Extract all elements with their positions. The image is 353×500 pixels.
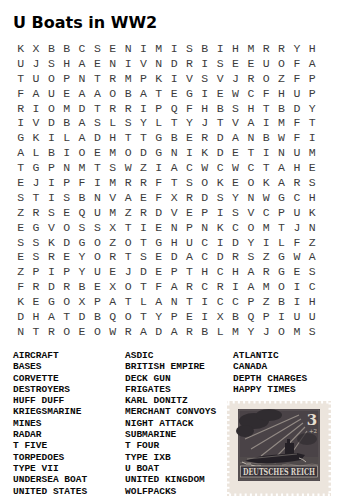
stamp-surcharge: +2: [309, 428, 317, 434]
grid-cell: P: [151, 101, 166, 116]
grid-cell: M: [59, 101, 74, 116]
word-list-item: WOLFPACKS: [125, 486, 216, 497]
grid-cell: A: [166, 279, 181, 294]
grid-cell: X: [74, 294, 89, 309]
grid-cell: A: [305, 56, 320, 71]
grid-cell: G: [44, 294, 59, 309]
grid-cell: Y: [136, 115, 151, 130]
grid-cell: I: [13, 115, 28, 130]
grid-cell: A: [243, 115, 258, 130]
grid-cell: G: [182, 86, 197, 101]
grid-cell: J: [259, 324, 274, 339]
grid-cell: F: [289, 71, 304, 86]
grid-cell: W: [105, 324, 120, 339]
grid-cell: A: [90, 86, 105, 101]
grid-cell: X: [166, 190, 181, 205]
grid-cell: O: [74, 145, 89, 160]
grid-cell: I: [259, 235, 274, 250]
grid-cell: M: [305, 145, 320, 160]
grid-cell: E: [13, 249, 28, 264]
grid-cell: T: [136, 279, 151, 294]
grid-cell: Z: [13, 264, 28, 279]
grid-cell: D: [228, 235, 243, 250]
grid-cell: G: [274, 190, 289, 205]
grid-cell: M: [105, 145, 120, 160]
stamp-denomination: 3: [307, 411, 317, 429]
grid-cell: S: [105, 160, 120, 175]
grid-cell: T: [212, 115, 227, 130]
word-list-item: CANADA: [233, 361, 307, 372]
grid-cell: G: [151, 235, 166, 250]
grid-cell: O: [274, 279, 289, 294]
grid-cell: A: [151, 294, 166, 309]
word-list-item: CORVETTE: [13, 373, 87, 384]
grid-cell: T: [151, 86, 166, 101]
grid-cell: B: [274, 294, 289, 309]
grid-cell: G: [151, 130, 166, 145]
grid-cell: O: [197, 175, 212, 190]
grid-cell: F: [13, 86, 28, 101]
grid-cell: S: [182, 175, 197, 190]
grid-cell: V: [28, 115, 43, 130]
word-list-item: T FIVE: [13, 440, 87, 451]
grid-cell: E: [228, 145, 243, 160]
grid-cell: D: [151, 324, 166, 339]
grid-cell: C: [197, 235, 212, 250]
grid-cell: A: [136, 86, 151, 101]
grid-cell: U: [305, 309, 320, 324]
word-list-item: DESTROYERS: [13, 384, 87, 395]
word-list-item: KARL DONITZ: [125, 395, 216, 406]
worksheet-page: U Boats in WW2 KXBBCSENIMISBIHMRRYHUJSHA…: [0, 0, 353, 500]
grid-cell: I: [59, 145, 74, 160]
grid-cell: I: [166, 71, 181, 86]
grid-cell: B: [197, 324, 212, 339]
grid-cell: C: [212, 294, 227, 309]
grid-cell: N: [166, 294, 181, 309]
word-list-item: BASES: [13, 361, 87, 372]
grid-cell: T: [59, 309, 74, 324]
grid-cell: B: [228, 309, 243, 324]
grid-cell: N: [274, 145, 289, 160]
grid-cell: P: [28, 264, 43, 279]
grid-cell: N: [90, 190, 105, 205]
grid-cell: I: [228, 279, 243, 294]
grid-cell: K: [259, 175, 274, 190]
grid-cell: M: [120, 71, 135, 86]
grid-cell: Z: [120, 205, 135, 220]
grid-cell: I: [120, 56, 135, 71]
grid-cell: O: [243, 220, 258, 235]
grid-cell: U: [28, 71, 43, 86]
grid-cell: H: [28, 309, 43, 324]
grid-cell: F: [151, 190, 166, 205]
grid-cell: D: [212, 249, 227, 264]
grid-cell: K: [197, 145, 212, 160]
grid-cell: T: [243, 145, 258, 160]
grid-cell: H: [289, 160, 304, 175]
word-list-item: TORPEDOES: [13, 452, 87, 463]
grid-cell: U: [259, 56, 274, 71]
grid-cell: I: [197, 86, 212, 101]
grid-cell: R: [28, 279, 43, 294]
grid-cell: H: [305, 294, 320, 309]
grid-cell: E: [13, 175, 28, 190]
grid-cell: S: [74, 220, 89, 235]
grid-cell: K: [13, 41, 28, 56]
grid-cell: B: [59, 41, 74, 56]
grid-cell: Y: [151, 309, 166, 324]
grid-cell: O: [259, 71, 274, 86]
grid-cell: K: [212, 175, 227, 190]
grid-cell: E: [13, 220, 28, 235]
grid-cell: M: [259, 279, 274, 294]
grid-cell: U: [44, 86, 59, 101]
grid-cell: P: [59, 71, 74, 86]
grid-cell: A: [182, 249, 197, 264]
grid-cell: P: [166, 264, 181, 279]
grid-cell: Y: [243, 235, 258, 250]
grid-cell: H: [228, 264, 243, 279]
grid-cell: K: [28, 130, 43, 145]
grid-cell: P: [259, 309, 274, 324]
grid-cell: G: [28, 220, 43, 235]
grid-cell: M: [105, 175, 120, 190]
grid-cell: R: [228, 249, 243, 264]
grid-cell: O: [90, 249, 105, 264]
grid-cell: N: [243, 130, 258, 145]
grid-cell: D: [166, 249, 181, 264]
grid-cell: F: [151, 175, 166, 190]
grid-cell: E: [228, 56, 243, 71]
word-list-item: ATLANTIC: [233, 350, 307, 361]
grid-cell: E: [28, 294, 43, 309]
grid-cell: Q: [74, 205, 89, 220]
grid-cell: R: [289, 175, 304, 190]
grid-cell: R: [182, 190, 197, 205]
grid-cell: Z: [105, 235, 120, 250]
grid-cell: M: [105, 205, 120, 220]
grid-cell: R: [120, 324, 135, 339]
grid-cell: N: [166, 145, 181, 160]
grid-cell: W: [274, 130, 289, 145]
word-list-item: TYPE IXB: [125, 452, 216, 463]
grid-cell: I: [212, 205, 227, 220]
grid-cell: U: [13, 56, 28, 71]
word-list-item: UNITED STATES: [13, 486, 87, 497]
grid-cell: A: [274, 175, 289, 190]
grid-cell: P: [90, 294, 105, 309]
grid-cell: Y: [228, 190, 243, 205]
grid-cell: T: [259, 101, 274, 116]
word-list-item: KRIEGSMARINE: [13, 406, 87, 417]
grid-cell: F: [182, 101, 197, 116]
grid-cell: S: [59, 190, 74, 205]
word-list-item: NIGHT ATTACK: [125, 418, 216, 429]
grid-cell: E: [90, 279, 105, 294]
grid-cell: I: [197, 56, 212, 71]
grid-cell: E: [105, 264, 120, 279]
grid-cell: S: [197, 71, 212, 86]
grid-cell: K: [13, 294, 28, 309]
stamp-country-label: DEUTSCHES REICH: [243, 467, 315, 477]
grid-cell: I: [166, 41, 181, 56]
grid-cell: Y: [74, 264, 89, 279]
grid-cell: B: [259, 130, 274, 145]
grid-cell: X: [105, 279, 120, 294]
grid-cell: P: [44, 160, 59, 175]
grid-cell: X: [105, 220, 120, 235]
grid-cell: S: [28, 249, 43, 264]
grid-cell: Z: [13, 205, 28, 220]
grid-cell: H: [197, 101, 212, 116]
grid-cell: O: [105, 86, 120, 101]
grid-cell: A: [136, 324, 151, 339]
grid-cell: H: [59, 56, 74, 71]
grid-cell: O: [120, 279, 135, 294]
grid-cell: X: [28, 41, 43, 56]
grid-cell: C: [243, 160, 258, 175]
stamp-illustration: 3 +2 DEUTSCHES REICH: [227, 401, 331, 496]
grid-cell: C: [289, 190, 304, 205]
grid-cell: E: [90, 145, 105, 160]
grid-cell: R: [105, 101, 120, 116]
grid-cell: M: [74, 160, 89, 175]
grid-cell: G: [74, 235, 89, 250]
grid-cell: P: [182, 220, 197, 235]
grid-cell: E: [289, 264, 304, 279]
grid-cell: A: [74, 56, 89, 71]
grid-cell: S: [90, 115, 105, 130]
grid-cell: B: [274, 101, 289, 116]
grid-cell: E: [151, 264, 166, 279]
grid-cell: E: [182, 130, 197, 145]
grid-cell: D: [197, 190, 212, 205]
grid-cell: D: [90, 130, 105, 145]
grid-cell: W: [228, 86, 243, 101]
grid-cell: A: [74, 130, 89, 145]
grid-cell: A: [44, 309, 59, 324]
grid-cell: A: [120, 190, 135, 205]
grid-cell: S: [90, 41, 105, 56]
grid-cell: E: [136, 190, 151, 205]
grid-cell: D: [166, 56, 181, 71]
grid-cell: M: [243, 41, 258, 56]
grid-cell: I: [44, 264, 59, 279]
grid-cell: C: [197, 249, 212, 264]
grid-cell: C: [74, 41, 89, 56]
grid-cell: S: [243, 249, 258, 264]
word-list-item: T FOUR: [125, 440, 216, 451]
grid-cell: U: [182, 235, 197, 250]
grid-cell: T: [120, 249, 135, 264]
grid-cell: B: [90, 309, 105, 324]
grid-cell: H: [243, 101, 258, 116]
grid-cell: O: [120, 309, 135, 324]
grid-cell: I: [259, 115, 274, 130]
grid-cell: I: [289, 294, 304, 309]
grid-cell: C: [182, 160, 197, 175]
grid-cell: I: [212, 235, 227, 250]
grid-cell: S: [182, 41, 197, 56]
grid-cell: S: [212, 190, 227, 205]
grid-cell: J: [289, 220, 304, 235]
grid-cell: J: [28, 175, 43, 190]
grid-cell: O: [120, 145, 135, 160]
grid-cell: M: [151, 41, 166, 56]
grid-cell: O: [44, 101, 59, 116]
grid-cell: E: [90, 56, 105, 71]
grid-cell: V: [212, 71, 227, 86]
grid-cell: B: [197, 41, 212, 56]
grid-cell: A: [74, 86, 89, 101]
grid-cell: D: [136, 264, 151, 279]
grid-cell: C: [228, 294, 243, 309]
grid-cell: V: [243, 205, 258, 220]
grid-cell: V: [228, 115, 243, 130]
grid-cell: D: [59, 235, 74, 250]
grid-cell: U: [289, 205, 304, 220]
grid-cell: T: [136, 235, 151, 250]
grid-cell: H: [305, 41, 320, 56]
grid-cell: N: [151, 56, 166, 71]
word-list-item: AIRCRAFT: [13, 350, 87, 361]
grid-cell: I: [28, 101, 43, 116]
grid-cell: Z: [259, 294, 274, 309]
grid-cell: R: [59, 279, 74, 294]
grid-cell: C: [243, 86, 258, 101]
grid-cell: U: [289, 145, 304, 160]
grid-cell: I: [197, 294, 212, 309]
grid-cell: I: [289, 279, 304, 294]
grid-cell: Q: [105, 309, 120, 324]
grid-cell: S: [44, 205, 59, 220]
grid-cell: T: [90, 71, 105, 86]
word-list-item: BRITISH EMPIRE: [125, 361, 216, 372]
grid-cell: R: [120, 101, 135, 116]
grid-cell: A: [28, 86, 43, 101]
grid-cell: X: [212, 309, 227, 324]
grid-cell: N: [243, 190, 258, 205]
word-list-item: HUFF DUFF: [13, 395, 87, 406]
grid-cell: T: [120, 130, 135, 145]
grid-cell: L: [59, 130, 74, 145]
grid-cell: T: [259, 160, 274, 175]
grid-cell: E: [182, 309, 197, 324]
grid-cell: T: [13, 160, 28, 175]
grid-cell: Z: [274, 71, 289, 86]
grid-cell: U: [90, 205, 105, 220]
grid-cell: B: [120, 86, 135, 101]
grid-cell: L: [151, 115, 166, 130]
grid-cell: I: [212, 41, 227, 56]
grid-cell: Y: [74, 249, 89, 264]
grid-cell: A: [13, 145, 28, 160]
grid-cell: S: [212, 56, 227, 71]
grid-cell: U: [90, 264, 105, 279]
grid-cell: N: [166, 220, 181, 235]
grid-cell: F: [289, 235, 304, 250]
grid-cell: S: [90, 220, 105, 235]
grid-cell: T: [13, 71, 28, 86]
grid-cell: R: [136, 175, 151, 190]
grid-cell: R: [120, 175, 135, 190]
grid-cell: R: [13, 101, 28, 116]
grid-cell: Q: [243, 309, 258, 324]
grid-cell: D: [212, 130, 227, 145]
grid-cell: R: [182, 279, 197, 294]
grid-cell: H: [228, 41, 243, 56]
grid-cell: G: [151, 145, 166, 160]
grid-cell: H: [166, 235, 181, 250]
word-list-item: MINES: [13, 418, 87, 429]
grid-cell: A: [74, 115, 89, 130]
grid-cell: V: [166, 205, 181, 220]
grid-cell: R: [243, 71, 258, 86]
grid-cell: U: [289, 86, 304, 101]
grid-cell: T: [182, 294, 197, 309]
grid-cell: P: [59, 175, 74, 190]
grid-cell: F: [289, 130, 304, 145]
grid-cell: I: [151, 160, 166, 175]
grid-cell: T: [166, 175, 181, 190]
page-title: U Boats in WW2: [13, 13, 157, 32]
grid-cell: T: [120, 294, 135, 309]
grid-cell: S: [13, 235, 28, 250]
grid-cell: G: [274, 249, 289, 264]
grid-cell: F: [74, 175, 89, 190]
grid-cell: N: [305, 220, 320, 235]
grid-cell: V: [136, 56, 151, 71]
grid-cell: I: [90, 175, 105, 190]
grid-cell: F: [259, 86, 274, 101]
grid-cell: Y: [182, 115, 197, 130]
grid-cell: N: [59, 160, 74, 175]
grid-cell: S: [44, 56, 59, 71]
grid-cell: R: [197, 130, 212, 145]
grid-cell: F: [151, 279, 166, 294]
grid-cell: O: [59, 220, 74, 235]
grid-cell: P: [274, 205, 289, 220]
grid-cell: O: [59, 294, 74, 309]
grid-cell: R: [259, 264, 274, 279]
grid-cell: S: [28, 235, 43, 250]
grid-cell: I: [44, 190, 59, 205]
grid-cell: G: [274, 264, 289, 279]
grid-cell: C: [305, 279, 320, 294]
word-list-item: FRIGATES: [125, 384, 216, 395]
grid-cell: I: [136, 41, 151, 56]
grid-cell: Q: [166, 101, 181, 116]
grid-cell: Z: [305, 235, 320, 250]
grid-cell: L: [136, 294, 151, 309]
grid-cell: T: [166, 115, 181, 130]
grid-cell: E: [212, 86, 227, 101]
grid-cell: T: [90, 160, 105, 175]
grid-cell: R: [105, 71, 120, 86]
grid-cell: Z: [259, 249, 274, 264]
grid-cell: W: [120, 160, 135, 175]
uboat-postage-stamp: 3 +2 DEUTSCHES REICH: [227, 401, 331, 496]
grid-cell: R: [44, 324, 59, 339]
grid-cell: A: [305, 249, 320, 264]
grid-cell: O: [90, 235, 105, 250]
grid-cell: E: [74, 324, 89, 339]
grid-cell: T: [136, 309, 151, 324]
grid-cell: B: [74, 279, 89, 294]
grid-cell: B: [44, 41, 59, 56]
grid-cell: R: [274, 41, 289, 56]
